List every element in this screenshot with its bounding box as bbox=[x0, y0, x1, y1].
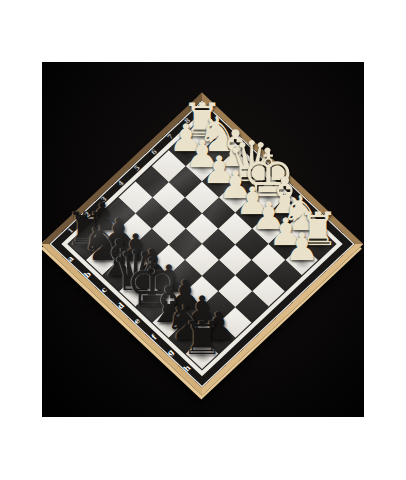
rank-label-4: 4 bbox=[110, 173, 132, 194]
piece-white-pawn[interactable]: ♟ bbox=[285, 229, 319, 267]
rank-label-6: 6 bbox=[143, 142, 165, 163]
photo-backdrop: ♜♞♝♛♚♝♞♜♟♟♟♟♟♟♟♟♟♟♟♟♟♟♟♟♜♞♝♛♚♝♞♜ abcdefg… bbox=[42, 62, 364, 417]
page: ♜♞♝♛♚♝♞♜♟♟♟♟♟♟♟♟♟♟♟♟♟♟♟♟♜♞♝♛♚♝♞♜ abcdefg… bbox=[0, 0, 406, 480]
rank-label-5: 5 bbox=[126, 157, 148, 178]
file-label-a: a bbox=[58, 247, 82, 269]
file-label-e: e bbox=[125, 310, 149, 332]
chess-board: ♜♞♝♛♚♝♞♜♟♟♟♟♟♟♟♟♟♟♟♟♟♟♟♟♜♞♝♛♚♝♞♜ abcdefg… bbox=[42, 92, 363, 395]
board-squares: ♜♞♝♛♚♝♞♜♟♟♟♟♟♟♟♟♟♟♟♟♟♟♟♟♜♞♝♛♚♝♞♜ bbox=[69, 119, 335, 369]
file-label-g: g bbox=[158, 341, 182, 363]
piece-black-rook[interactable]: ♜ bbox=[181, 315, 222, 361]
file-label-b: b bbox=[75, 263, 99, 285]
file-label-h: h bbox=[175, 357, 199, 379]
file-label-f: f bbox=[142, 325, 166, 347]
